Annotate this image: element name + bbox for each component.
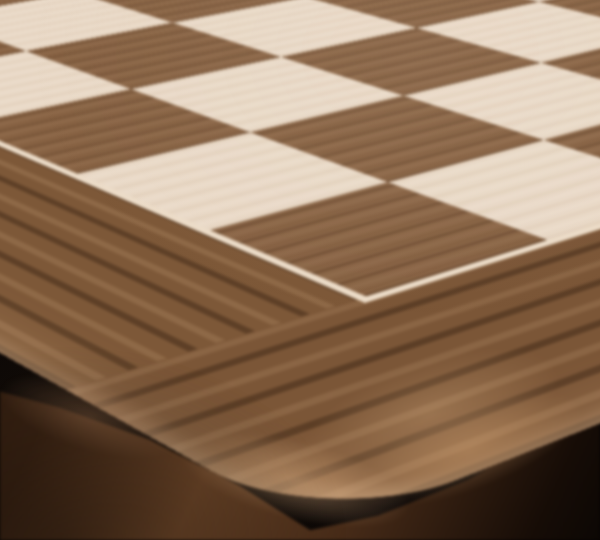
photo-layer	[0, 0, 600, 540]
chessboard-photo	[0, 0, 600, 540]
